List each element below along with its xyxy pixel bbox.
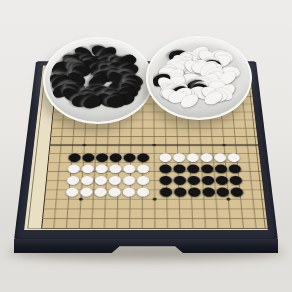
- black-stone: ●: [105, 93, 126, 108]
- white-stones-heap: ●●●●●●●●●●●●●●●●●●●●●●●●●●●●●●●●●●●●●●●●…: [153, 43, 245, 113]
- black-stone: ●: [159, 185, 173, 197]
- white-stone: ●: [65, 185, 80, 197]
- black-stone: ●: [173, 185, 188, 197]
- white-stone: ●: [122, 185, 136, 197]
- black-stone: ●: [187, 185, 202, 197]
- white-stone: ●: [93, 185, 108, 197]
- white-stone: ●: [79, 185, 94, 197]
- black-stone: ●: [201, 185, 216, 197]
- white-stone: ●: [136, 185, 150, 197]
- product-photo-scene: ●●●●●●●●●●●●●●●●●●●●●●●●●●●●●●●●●●●●●●●●…: [0, 0, 292, 292]
- black-stone: ●: [215, 185, 230, 197]
- white-stone: ●: [107, 185, 122, 197]
- black-stone: ●: [229, 185, 244, 197]
- black-stones-heap: ●●●●●●●●●●●●●●●●●●●●●●●●●●●●●●●●●●●●●●●●…: [50, 44, 146, 117]
- black-stones-bowl: ●●●●●●●●●●●●●●●●●●●●●●●●●●●●●●●●●●●●●●●●…: [43, 37, 153, 124]
- white-stones-bowl: ●●●●●●●●●●●●●●●●●●●●●●●●●●●●●●●●●●●●●●●●…: [146, 36, 252, 120]
